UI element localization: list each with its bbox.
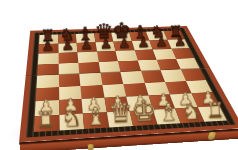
- square-h3[interactable]: [185, 80, 212, 93]
- square-e3[interactable]: [123, 83, 148, 97]
- square-b3[interactable]: [59, 86, 82, 100]
- piece-black-queen: ♛: [94, 21, 113, 42]
- square-a1[interactable]: ♜: [34, 115, 59, 132]
- square-d6[interactable]: [97, 51, 118, 62]
- square-a4[interactable]: [36, 75, 58, 88]
- square-c4[interactable]: [79, 73, 102, 86]
- chess-board-grid: ♜♞♝♛♚♝♞♜♟♟♟♟♟♟♟♟♟♟♟♟♟♟♟♟♜♞♝♛♚♝♞♜: [34, 31, 227, 132]
- square-c2[interactable]: ♟: [82, 98, 107, 113]
- piece-black-rook: ♜: [168, 23, 183, 39]
- square-c3[interactable]: [80, 85, 104, 99]
- board-frame: ♜♞♝♛♚♝♞♜♟♟♟♟♟♟♟♟♟♟♟♟♟♟♟♟♜♞♝♛♚♝♞♜: [19, 26, 238, 142]
- piece-white-pawn: ♟: [109, 94, 125, 112]
- square-h1[interactable]: ♜: [197, 106, 227, 122]
- square-b2[interactable]: ♟: [59, 99, 83, 115]
- square-e4[interactable]: [120, 71, 144, 84]
- piece-white-pawn: ♟: [155, 92, 171, 110]
- piece-white-pawn: ♟: [86, 95, 102, 113]
- perspective-wrapper: ♜♞♝♛♚♝♞♜♟♟♟♟♟♟♟♟♟♟♟♟♟♟♟♟♜♞♝♛♚♝♞♜: [0, 0, 238, 150]
- board-inner-border: ♜♞♝♛♚♝♞♜♟♟♟♟♟♟♟♟♟♟♟♟♟♟♟♟♜♞♝♛♚♝♞♜: [26, 28, 236, 137]
- square-f1[interactable]: ♝: [152, 108, 180, 124]
- square-a5[interactable]: [37, 63, 58, 75]
- square-f2[interactable]: ♟: [148, 94, 175, 109]
- chess-board: ♜♞♝♛♚♝♞♜♟♟♟♟♟♟♟♟♟♟♟♟♟♟♟♟♜♞♝♛♚♝♞♜: [19, 26, 238, 142]
- square-b4[interactable]: [58, 74, 80, 87]
- square-g3[interactable]: [165, 81, 191, 95]
- piece-white-pawn: ♟: [38, 97, 54, 115]
- piece-black-rook: ♜: [40, 27, 55, 44]
- piece-black-knight: ♞: [59, 26, 75, 44]
- square-h4[interactable]: [180, 68, 205, 80]
- square-d4[interactable]: [100, 72, 123, 85]
- square-h2[interactable]: ♟: [191, 92, 219, 107]
- square-e1[interactable]: ♚: [129, 109, 157, 126]
- brass-latch-icon: [208, 132, 216, 140]
- square-a3[interactable]: [36, 87, 59, 101]
- piece-white-pawn: ♟: [62, 96, 78, 114]
- square-g2[interactable]: ♟: [170, 93, 197, 108]
- chess-set-photo: ♜♞♝♛♚♝♞♜♟♟♟♟♟♟♟♟♟♟♟♟♟♟♟♟♜♞♝♛♚♝♞♜: [0, 0, 238, 150]
- square-d2[interactable]: ♟: [104, 97, 129, 112]
- square-a2[interactable]: ♟: [35, 100, 59, 116]
- piece-white-pawn: ♟: [178, 90, 194, 107]
- piece-white-pawn: ♟: [133, 93, 149, 111]
- square-b1[interactable]: ♞: [59, 113, 84, 130]
- piece-black-king: ♚: [112, 19, 132, 41]
- square-d3[interactable]: [102, 84, 126, 98]
- piece-white-pawn: ♟: [200, 89, 216, 106]
- piece-black-bishop: ♝: [77, 24, 94, 43]
- square-c1[interactable]: ♝: [83, 112, 109, 129]
- brass-knob: [87, 144, 93, 150]
- square-d1[interactable]: ♛: [106, 111, 133, 128]
- square-c6[interactable]: [77, 52, 98, 63]
